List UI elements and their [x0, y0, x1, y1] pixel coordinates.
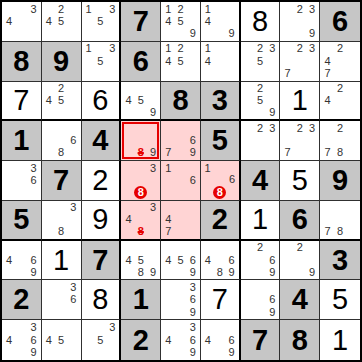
candidate-grid: 23 [242, 122, 279, 159]
candidate: 8 [55, 147, 67, 159]
solved-digit: 1 [53, 246, 69, 275]
candidate-grid: 4569 [162, 242, 199, 279]
candidate: 6 [28, 174, 40, 186]
cell-r5c5[interactable]: 16 [161, 161, 201, 201]
cell-r5c6[interactable]: 168 [201, 161, 241, 201]
candidate: 9 [226, 266, 238, 278]
candidate-grid: 35 [83, 321, 119, 359]
given-digit: 4 [252, 166, 268, 195]
cell-r3c7[interactable]: 259 [241, 82, 281, 122]
candidate: 5 [55, 94, 67, 106]
given-digit: 3 [332, 246, 348, 275]
cell-r5c4[interactable]: 38 [121, 161, 161, 201]
candidate-grid: 168 [202, 162, 238, 199]
solved-digit: 7 [13, 86, 29, 115]
cell-r2c1[interactable]: 8 [2, 42, 42, 82]
candidate-highlighted: 8 [134, 186, 147, 199]
candidate: 5 [94, 334, 106, 347]
candidate: 7 [321, 147, 334, 159]
candidate-grid: 239 [281, 3, 318, 40]
solved-digit: 5 [332, 285, 348, 314]
candidate: 3 [147, 202, 159, 214]
cell-r4c4[interactable]: 89 [121, 121, 161, 161]
candidate: 9 [266, 106, 278, 118]
given-digit: 1 [13, 126, 29, 155]
given-digit: 4 [292, 285, 308, 314]
cell-r4c6[interactable]: 5 [201, 121, 241, 161]
candidate-grid: 68 [43, 122, 80, 159]
candidate: 9 [306, 266, 318, 278]
candidate-grid: 45 [43, 321, 80, 359]
candidate: 1 [83, 43, 95, 55]
solved-digit: 1 [292, 86, 308, 115]
candidate-highlighted: 8 [213, 186, 226, 199]
candidate: 3 [147, 162, 159, 174]
candidate-grid: 135 [83, 43, 119, 80]
given-digit: 8 [13, 47, 29, 76]
candidate-grid: 679 [162, 122, 199, 159]
given-digit: 8 [172, 86, 188, 115]
given-digit: 6 [133, 47, 149, 76]
cell-r6c7[interactable]: 1 [241, 201, 281, 241]
cell-r4c3[interactable]: 4 [82, 121, 122, 161]
candidate: 7 [321, 67, 334, 79]
candidate: 4 [202, 15, 214, 27]
candidate-grid: 14 [202, 43, 238, 80]
cell-r3c1[interactable]: 7 [2, 82, 42, 122]
candidate-grid: 149 [202, 3, 238, 40]
solved-digit: 8 [92, 285, 108, 314]
candidate: 7 [281, 147, 293, 159]
cell-r7c7[interactable]: 269 [241, 241, 281, 281]
candidate-grid: 278 [321, 122, 359, 159]
candidate-grid: 38 [43, 202, 80, 238]
solved-digit: 7 [212, 285, 228, 314]
cell-r1c2[interactable]: 245 [42, 2, 82, 42]
candidate-grid: 469 [202, 321, 238, 359]
cell-r5c1[interactable]: 36 [2, 161, 42, 201]
candidate: 5 [254, 55, 266, 67]
given-digit: 1 [133, 285, 149, 314]
given-digit: 7 [252, 326, 268, 355]
candidate: 6 [187, 174, 199, 186]
candidate: 9 [266, 266, 278, 278]
candidate: 3 [187, 281, 199, 293]
candidate: 9 [226, 28, 238, 40]
candidate-grid: 469 [3, 242, 40, 279]
candidate: 3 [187, 321, 199, 334]
candidate: 5 [55, 334, 67, 347]
candidate: 6 [187, 135, 199, 147]
cell-r2c6[interactable]: 14 [201, 42, 241, 82]
candidate: 3 [266, 122, 278, 134]
cell-r6c8[interactable]: 6 [280, 201, 320, 241]
cell-r1c3[interactable]: 135 [82, 2, 122, 42]
given-digit: 9 [53, 47, 69, 76]
candidate: 3 [106, 321, 118, 334]
candidate: 9 [187, 28, 199, 40]
candidate-grid: 38 [122, 162, 159, 199]
candidate: 5 [254, 94, 266, 106]
candidate-grid: 245 [43, 3, 80, 40]
cell-r9c2[interactable]: 45 [42, 320, 82, 360]
cell-r6c2[interactable]: 38 [42, 201, 82, 241]
candidate: 4 [162, 55, 174, 67]
candidate: 1 [202, 3, 214, 15]
solved-digit: 9 [92, 205, 108, 234]
candidate: 3 [106, 3, 118, 15]
candidate: 2 [174, 3, 186, 15]
cell-r7c3[interactable]: 7 [82, 241, 122, 281]
candidate-grid: 89 [122, 122, 159, 159]
candidate: 3 [28, 162, 40, 174]
candidate-grid: 69 [242, 281, 279, 318]
candidate: 1 [202, 43, 214, 55]
cell-r6c3[interactable]: 9 [82, 201, 122, 241]
candidate: 6 [187, 294, 199, 306]
cell-r9c8[interactable]: 8 [280, 320, 320, 360]
candidate: 4 [162, 214, 174, 226]
candidate: 4 [321, 94, 334, 106]
candidate-grid: 36 [43, 281, 80, 318]
cell-r7c4[interactable]: 4589 [121, 241, 161, 281]
candidate-grid: 259 [242, 83, 279, 119]
given-digit: 5 [13, 205, 29, 234]
candidate: 6 [67, 294, 79, 306]
sudoku-board: 3424513571245914982396891356124514235237… [0, 0, 362, 362]
candidate-grid: 245 [43, 83, 80, 119]
candidate: 6 [266, 294, 278, 306]
cell-r3c5[interactable]: 8 [161, 82, 201, 122]
cell-r8c9[interactable]: 5 [320, 280, 360, 320]
candidate: 9 [266, 306, 278, 318]
cell-r2c7[interactable]: 235 [241, 42, 281, 82]
candidate: 2 [334, 122, 347, 134]
candidate-grid: 135 [83, 3, 119, 40]
candidate: 8 [214, 266, 226, 278]
candidate: 9 [187, 346, 199, 359]
candidate-grid: 78 [321, 202, 359, 238]
given-digit: 4 [92, 126, 108, 155]
cell-r1c4[interactable]: 7 [121, 2, 161, 42]
candidate: 2 [174, 43, 186, 55]
cell-r9c4[interactable]: 2 [121, 320, 161, 360]
cell-r3c3[interactable]: 6 [82, 82, 122, 122]
candidate-grid: 4589 [122, 242, 159, 279]
candidate: 8 [55, 226, 67, 238]
cell-r1c7[interactable]: 8 [241, 2, 281, 42]
candidate: 9 [306, 28, 318, 40]
candidate: 4 [3, 15, 15, 27]
cell-r8c3[interactable]: 8 [82, 280, 122, 320]
solved-digit: 1 [252, 205, 268, 234]
candidate: 2 [254, 83, 266, 95]
candidate: 8 [334, 226, 347, 238]
given-digit: 7 [92, 246, 108, 275]
cell-r1c5[interactable]: 12459 [161, 2, 201, 42]
cell-r5c8[interactable]: 5 [280, 161, 320, 201]
given-digit: 9 [332, 166, 348, 195]
cell-r6c1[interactable]: 5 [2, 201, 42, 241]
candidate: 3 [106, 43, 118, 55]
cell-r6c4[interactable]: 348 [121, 201, 161, 241]
candidate: 5 [174, 15, 186, 27]
candidate: 9 [147, 147, 159, 159]
cell-r7c9[interactable]: 3 [320, 241, 360, 281]
cell-r8c5[interactable]: 369 [161, 280, 201, 320]
candidate: 3 [28, 321, 40, 334]
candidate-grid: 3469 [3, 321, 40, 359]
candidate: 4 [202, 55, 214, 67]
cell-r3c2[interactable]: 245 [42, 82, 82, 122]
candidate: 6 [187, 254, 199, 266]
candidate: 3 [28, 3, 40, 15]
given-digit: 2 [212, 205, 228, 234]
solved-digit: 2 [92, 166, 108, 195]
given-digit: 6 [292, 205, 308, 234]
solved-digit: 8 [252, 7, 268, 36]
candidate-eliminated: 8 [135, 226, 147, 238]
cell-r3c4[interactable]: 459 [121, 82, 161, 122]
cell-r7c6[interactable]: 4689 [201, 241, 241, 281]
candidate: 2 [334, 83, 347, 95]
cell-r6c5[interactable]: 47 [161, 201, 201, 241]
solved-digit: 6 [92, 86, 108, 115]
candidate: 9 [147, 106, 159, 118]
candidate: 1 [162, 43, 174, 55]
cell-r9c3[interactable]: 35 [82, 320, 122, 360]
candidate: 9 [28, 266, 40, 278]
cell-r4c9[interactable]: 278 [320, 121, 360, 161]
candidate-grid: 16 [162, 162, 199, 199]
given-digit: 6 [332, 7, 348, 36]
cell-r5c3[interactable]: 2 [82, 161, 122, 201]
cell-r5c9[interactable]: 9 [320, 161, 360, 201]
candidate: 1 [162, 162, 174, 174]
cell-r9c7[interactable]: 7 [241, 320, 281, 360]
candidate: 5 [174, 254, 186, 266]
candidate: 9 [226, 346, 238, 359]
given-digit: 2 [13, 285, 29, 314]
candidate: 7 [162, 226, 174, 238]
cell-r2c9[interactable]: 247 [320, 42, 360, 82]
candidate: 5 [94, 55, 106, 67]
candidate-grid: 12459 [162, 3, 199, 40]
given-digit: 8 [292, 326, 308, 355]
candidate-eliminated: 8 [135, 147, 147, 159]
candidate: 4 [122, 214, 134, 226]
cell-r1c1[interactable]: 34 [2, 2, 42, 42]
candidate: 2 [294, 242, 306, 254]
given-digit: 2 [133, 326, 149, 355]
candidate-grid: 235 [242, 43, 279, 80]
candidate: 3 [306, 122, 318, 134]
candidate: 7 [281, 67, 293, 79]
candidate: 7 [321, 226, 334, 238]
cell-r1c9[interactable]: 6 [320, 2, 360, 42]
cell-r2c8[interactable]: 237 [280, 42, 320, 82]
cell-r3c8[interactable]: 1 [280, 82, 320, 122]
candidate: 6 [187, 334, 199, 347]
candidate-grid: 24 [321, 83, 359, 119]
candidate: 6 [266, 254, 278, 266]
candidate: 5 [55, 15, 67, 27]
candidate-grid: 237 [281, 43, 318, 80]
candidate: 4 [122, 94, 134, 106]
cell-r7c2[interactable]: 1 [42, 241, 82, 281]
candidate: 2 [294, 43, 306, 55]
candidate-grid: 47 [162, 202, 199, 238]
candidate: 6 [226, 334, 238, 347]
candidate: 3 [306, 3, 318, 15]
candidate: 4 [43, 334, 55, 347]
candidate: 5 [135, 254, 147, 266]
candidate-grid: 348 [122, 202, 159, 238]
candidate: 9 [187, 266, 199, 278]
candidate: 4 [3, 334, 15, 347]
candidate: 1 [202, 162, 213, 174]
cell-r4c1[interactable]: 1 [2, 121, 42, 161]
given-digit: 7 [133, 7, 149, 36]
candidate: 4 [162, 15, 174, 27]
candidate: 4 [202, 334, 214, 347]
candidate: 6 [226, 254, 238, 266]
candidate-grid: 34 [3, 3, 40, 40]
candidate: 9 [147, 266, 159, 278]
candidate-grid: 459 [122, 83, 159, 119]
solved-digit: 1 [332, 326, 348, 355]
candidate: 9 [28, 346, 40, 359]
candidate: 4 [43, 94, 55, 106]
cell-r1c6[interactable]: 149 [201, 2, 241, 42]
cell-r1c8[interactable]: 239 [280, 2, 320, 42]
candidate: 6 [226, 174, 237, 186]
cell-r9c6[interactable]: 469 [201, 320, 241, 360]
cell-r9c1[interactable]: 3469 [2, 320, 42, 360]
candidate-grid: 29 [281, 242, 318, 279]
candidate-grid: 1245 [162, 43, 199, 80]
cell-r8c1[interactable]: 2 [2, 280, 42, 320]
candidate: 2 [254, 242, 266, 254]
candidate: 5 [94, 15, 106, 27]
candidate: 3 [306, 43, 318, 55]
candidate: 9 [187, 147, 199, 159]
cell-r2c4[interactable]: 6 [121, 42, 161, 82]
cell-r5c2[interactable]: 7 [42, 161, 82, 201]
candidate: 6 [28, 334, 40, 347]
candidate-grid: 36 [3, 162, 40, 199]
cell-r8c6[interactable]: 7 [201, 280, 241, 320]
candidate: 6 [28, 254, 40, 266]
cell-r8c2[interactable]: 36 [42, 280, 82, 320]
candidate: 8 [334, 147, 347, 159]
candidate-grid: 269 [242, 242, 279, 279]
candidate: 2 [294, 122, 306, 134]
cell-r4c7[interactable]: 23 [241, 121, 281, 161]
candidate-grid: 247 [321, 43, 359, 80]
cell-r2c3[interactable]: 135 [82, 42, 122, 82]
candidate: 4 [202, 254, 214, 266]
cell-r8c8[interactable]: 4 [280, 280, 320, 320]
cell-r7c1[interactable]: 469 [2, 241, 42, 281]
candidate: 1 [162, 3, 174, 15]
given-digit: 7 [53, 166, 69, 195]
cell-r6c9[interactable]: 78 [320, 201, 360, 241]
candidate: 3 [67, 202, 79, 214]
cell-r8c4[interactable]: 1 [121, 280, 161, 320]
candidate: 5 [174, 55, 186, 67]
cell-r9c9[interactable]: 1 [320, 320, 360, 360]
cell-r6c6[interactable]: 2 [201, 201, 241, 241]
cell-r8c7[interactable]: 69 [241, 280, 281, 320]
candidate: 2 [55, 3, 67, 15]
given-digit: 5 [212, 126, 228, 155]
candidate: 5 [135, 94, 147, 106]
candidate: 2 [294, 3, 306, 15]
candidate: 8 [135, 266, 147, 278]
candidate: 4 [122, 254, 134, 266]
cell-r3c9[interactable]: 24 [320, 82, 360, 122]
candidate-grid: 3469 [162, 321, 199, 359]
candidate: 2 [334, 43, 347, 55]
candidate: 3 [266, 43, 278, 55]
candidate-grid: 369 [162, 281, 199, 318]
given-digit: 3 [212, 86, 228, 115]
cell-r3c6[interactable]: 3 [201, 82, 241, 122]
candidate: 1 [83, 3, 95, 15]
cell-r5c7[interactable]: 4 [241, 161, 281, 201]
candidate: 4 [321, 55, 334, 67]
candidate: 7 [162, 147, 174, 159]
candidate: 6 [67, 135, 79, 147]
candidate: 4 [162, 254, 174, 266]
candidate: 9 [187, 306, 199, 318]
cell-r2c5[interactable]: 1245 [161, 42, 201, 82]
cell-r4c8[interactable]: 237 [280, 121, 320, 161]
candidate-grid: 237 [281, 122, 318, 159]
cell-r7c8[interactable]: 29 [280, 241, 320, 281]
candidate: 2 [55, 83, 67, 95]
cell-r4c2[interactable]: 68 [42, 121, 82, 161]
cell-r9c5[interactable]: 3469 [161, 320, 201, 360]
cell-r2c2[interactable]: 9 [42, 42, 82, 82]
solved-digit: 5 [292, 166, 308, 195]
cell-r4c5[interactable]: 679 [161, 121, 201, 161]
cell-r7c5[interactable]: 4569 [161, 241, 201, 281]
candidate: 3 [67, 281, 79, 293]
candidate: 4 [43, 15, 55, 27]
candidate: 4 [162, 334, 174, 347]
candidate: 2 [254, 122, 266, 134]
candidate-grid: 4689 [202, 242, 238, 279]
candidate: 2 [254, 43, 266, 55]
candidate: 4 [3, 254, 15, 266]
